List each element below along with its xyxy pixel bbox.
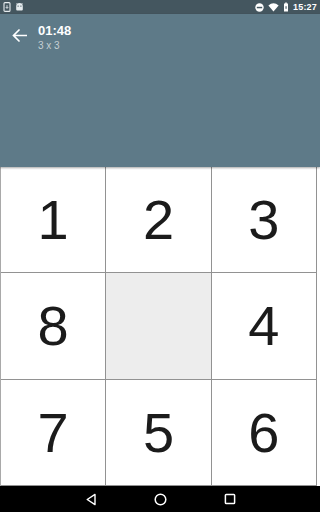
tile-8[interactable]: 8 xyxy=(1,273,106,379)
toolbar: 01:48 3 x 3 xyxy=(0,14,320,51)
nav-recents-icon xyxy=(224,493,236,505)
android-debug-icon xyxy=(15,3,24,12)
do-not-disturb-icon xyxy=(255,3,264,12)
system-update-icon xyxy=(3,2,11,12)
back-button[interactable] xyxy=(0,24,38,42)
puzzle-grid: 12384756 xyxy=(0,167,317,486)
timer-label: 01:48 xyxy=(38,24,71,37)
nav-home-button[interactable] xyxy=(154,493,167,506)
tile-7[interactable]: 7 xyxy=(1,380,106,486)
wifi-icon xyxy=(268,3,279,12)
tile-4[interactable]: 4 xyxy=(212,273,317,379)
tile-2[interactable]: 2 xyxy=(106,167,211,273)
nav-recents-button[interactable] xyxy=(224,493,236,505)
tile-3[interactable]: 3 xyxy=(212,167,317,273)
empty-cell xyxy=(106,273,211,379)
status-clock: 15:27 xyxy=(293,2,317,12)
app-header: 01:48 3 x 3 xyxy=(0,14,320,167)
tile-6[interactable]: 6 xyxy=(212,380,317,486)
nav-back-button[interactable] xyxy=(85,493,97,506)
status-bar: 15:27 xyxy=(0,0,320,14)
nav-back-icon xyxy=(85,493,97,506)
board-size-label: 3 x 3 xyxy=(38,41,71,51)
tile-5[interactable]: 5 xyxy=(106,380,211,486)
tile-1[interactable]: 1 xyxy=(1,167,106,273)
battery-icon xyxy=(283,2,289,12)
back-arrow-icon xyxy=(12,29,27,42)
nav-home-icon xyxy=(154,493,167,506)
board-area: 12384756 xyxy=(0,167,320,486)
android-nav-bar xyxy=(0,486,320,512)
